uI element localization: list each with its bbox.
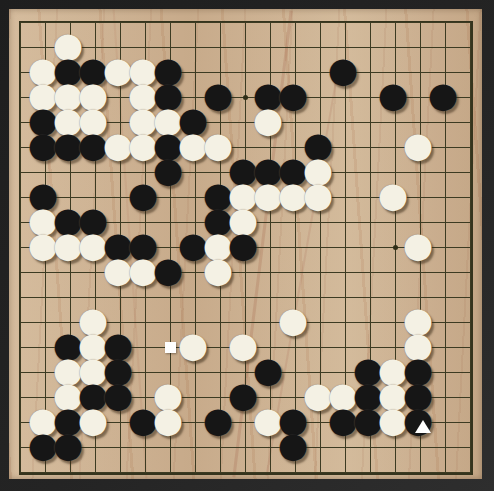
white-stone[interactable]: ● <box>206 133 231 158</box>
white-stone[interactable]: ● <box>406 233 431 258</box>
grid-line-horizontal <box>20 272 471 273</box>
white-stone[interactable]: ● <box>181 333 206 358</box>
black-stone[interactable]: ● <box>156 158 181 183</box>
black-stone[interactable]: ● <box>256 358 281 383</box>
white-stone[interactable]: ● <box>281 308 306 333</box>
go-board[interactable]: ●●●●●●●●●●●●●●●●●●●●●●●●●●●●●●●●●●●●●●●●… <box>9 9 482 479</box>
black-stone[interactable]: ● <box>281 83 306 108</box>
grid-line-vertical <box>470 22 471 473</box>
black-stone[interactable]: ● <box>106 383 131 408</box>
black-stone[interactable]: ● <box>206 408 231 433</box>
black-stone[interactable]: ● <box>56 433 81 458</box>
white-stone[interactable]: ● <box>306 183 331 208</box>
white-stone[interactable]: ● <box>256 108 281 133</box>
black-stone[interactable]: ● <box>231 233 256 258</box>
black-stone[interactable]: ● <box>381 83 406 108</box>
star-point <box>243 95 248 100</box>
white-stone[interactable]: ● <box>81 408 106 433</box>
black-stone[interactable]: ● <box>206 83 231 108</box>
go-grid[interactable]: ●●●●●●●●●●●●●●●●●●●●●●●●●●●●●●●●●●●●●●●●… <box>20 22 470 472</box>
white-stone[interactable]: ● <box>206 258 231 283</box>
black-stone[interactable]: ● <box>331 58 356 83</box>
white-stone[interactable]: ● <box>156 408 181 433</box>
black-stone[interactable]: ● <box>431 83 456 108</box>
go-app-window: ●●●●●●●●●●●●●●●●●●●●●●●●●●●●●●●●●●●●●●●●… <box>0 0 494 491</box>
black-stone[interactable]: ● <box>281 433 306 458</box>
white-stone[interactable]: ● <box>406 133 431 158</box>
square-marker <box>165 342 176 353</box>
star-point <box>393 245 398 250</box>
grid-line-horizontal <box>20 472 471 473</box>
white-stone[interactable]: ● <box>381 183 406 208</box>
black-stone[interactable]: ● <box>156 258 181 283</box>
white-stone[interactable]: ● <box>231 333 256 358</box>
black-stone[interactable]: ● <box>231 383 256 408</box>
grid-line-horizontal <box>20 447 471 448</box>
black-stone[interactable]: ● <box>131 183 156 208</box>
grid-line-horizontal <box>20 297 471 298</box>
